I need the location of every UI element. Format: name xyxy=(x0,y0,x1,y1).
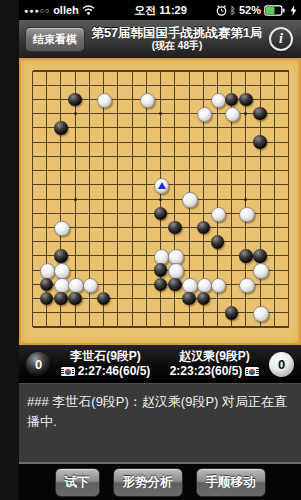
grid-line-horizontal xyxy=(33,326,289,328)
info-button[interactable]: i xyxy=(269,27,293,51)
white-stone xyxy=(154,178,170,194)
black-stone xyxy=(253,107,267,121)
white-stone xyxy=(211,278,227,294)
white-stone xyxy=(182,192,198,208)
white-stone xyxy=(225,107,241,123)
star-point xyxy=(244,112,247,115)
black-stone xyxy=(97,292,111,306)
black-stone xyxy=(154,207,168,221)
bottom-toolbar: 试下 形势分析 手顺移动 xyxy=(19,462,301,500)
white-stone xyxy=(168,263,184,279)
black-stone xyxy=(40,292,54,306)
black-player-clock: 2:27:46(60/5) xyxy=(78,364,151,379)
go-board[interactable] xyxy=(19,58,301,345)
grid-line-vertical xyxy=(288,71,290,327)
south-korea-flag-icon xyxy=(245,367,259,377)
star-point xyxy=(159,112,162,115)
black-captures-badge: 0 xyxy=(26,352,51,377)
status-bar: ●●●○○ olleh 오전 11:29 ᛒ 52% xyxy=(19,0,301,20)
black-stone xyxy=(168,278,182,292)
black-stone xyxy=(225,93,239,107)
white-stone xyxy=(239,278,255,294)
grid-line-horizontal xyxy=(33,227,289,228)
app-screen: ●●●○○ olleh 오전 11:29 ᛒ 52% xyxy=(19,0,301,500)
page-title: 第57届韩国国手战挑战赛第1局 xyxy=(85,26,269,40)
white-player-info: 赵汉乘(9段P) 2:23:23(60/5) xyxy=(160,349,269,379)
south-korea-flag-icon xyxy=(61,367,75,377)
wifi-icon xyxy=(82,5,95,15)
grid-line-horizontal xyxy=(33,241,289,242)
situation-analysis-button[interactable]: 形势分析 xyxy=(113,468,183,497)
black-stone xyxy=(54,249,68,263)
white-stone xyxy=(197,107,213,123)
black-stone xyxy=(253,135,267,149)
white-stone xyxy=(154,249,170,265)
black-stone xyxy=(154,263,168,277)
white-stone xyxy=(54,221,70,237)
black-stone xyxy=(40,278,54,292)
white-stone xyxy=(140,93,156,109)
black-stone xyxy=(154,278,168,292)
white-player-clock: 2:23:23(60/5) xyxy=(170,364,243,379)
black-stone xyxy=(68,93,82,107)
white-stone xyxy=(54,263,70,279)
black-stone xyxy=(211,235,225,249)
white-player-name: 赵汉乘(9段P) xyxy=(160,349,269,364)
carrier-label: olleh xyxy=(53,4,79,16)
black-stone xyxy=(239,93,253,107)
star-point xyxy=(74,198,77,201)
grid-line-vertical xyxy=(274,71,275,327)
try-move-button[interactable]: 试下 xyxy=(55,468,100,497)
star-point xyxy=(159,198,162,201)
white-stone xyxy=(83,278,99,294)
black-stone xyxy=(197,221,211,235)
battery-icon xyxy=(264,5,287,16)
star-point xyxy=(74,112,77,115)
black-stone xyxy=(253,249,267,263)
black-player-name: 李世石(9段P) xyxy=(51,349,160,364)
black-stone xyxy=(168,221,182,235)
end-watching-button[interactable]: 结束看棋 xyxy=(25,27,85,52)
white-stone xyxy=(68,278,84,294)
charging-bolt-icon xyxy=(290,5,297,16)
black-stone xyxy=(239,249,253,263)
white-stone xyxy=(253,306,269,322)
grid-line-horizontal xyxy=(33,312,289,313)
white-captures-badge: 0 xyxy=(269,352,294,377)
white-stone xyxy=(211,93,227,109)
clock-text: 오전 11:29 xyxy=(120,3,201,18)
black-stone xyxy=(68,292,82,306)
black-stone xyxy=(225,306,239,320)
signal-strength-icon: ●●●○○ xyxy=(24,7,50,14)
white-stone xyxy=(253,263,269,279)
battery-percent-label: 52% xyxy=(239,4,261,16)
white-stone xyxy=(40,263,56,279)
move-order-button[interactable]: 手顺移动 xyxy=(196,468,266,497)
nav-bar: 结束看棋 第57届韩国国手战挑战赛第1局 (现在 48手) i xyxy=(19,20,301,59)
players-panel: 0 李世石(9段P) 2:27:46(60/5) 赵汉乘(9段P) 2:23:2… xyxy=(19,345,301,383)
alarm-icon xyxy=(216,5,227,16)
black-stone xyxy=(197,292,211,306)
move-number-subtitle: (现在 48手) xyxy=(85,40,269,52)
white-stone xyxy=(239,207,255,223)
white-stone xyxy=(168,249,184,265)
black-stone xyxy=(54,121,68,135)
white-stone xyxy=(54,278,70,294)
white-stone xyxy=(97,93,113,109)
black-stone xyxy=(54,292,68,306)
live-comment-text: ### 李世石(9段P)：赵汉乘(9段P) 对局正在直播中. xyxy=(19,383,301,462)
last-move-marker xyxy=(158,182,166,189)
black-player-info: 李世石(9段P) 2:27:46(60/5) xyxy=(51,349,160,379)
white-stone xyxy=(197,278,213,294)
white-stone xyxy=(211,207,227,223)
white-stone xyxy=(182,278,198,294)
bluetooth-icon: ᛒ xyxy=(230,5,236,16)
black-stone xyxy=(182,292,196,306)
